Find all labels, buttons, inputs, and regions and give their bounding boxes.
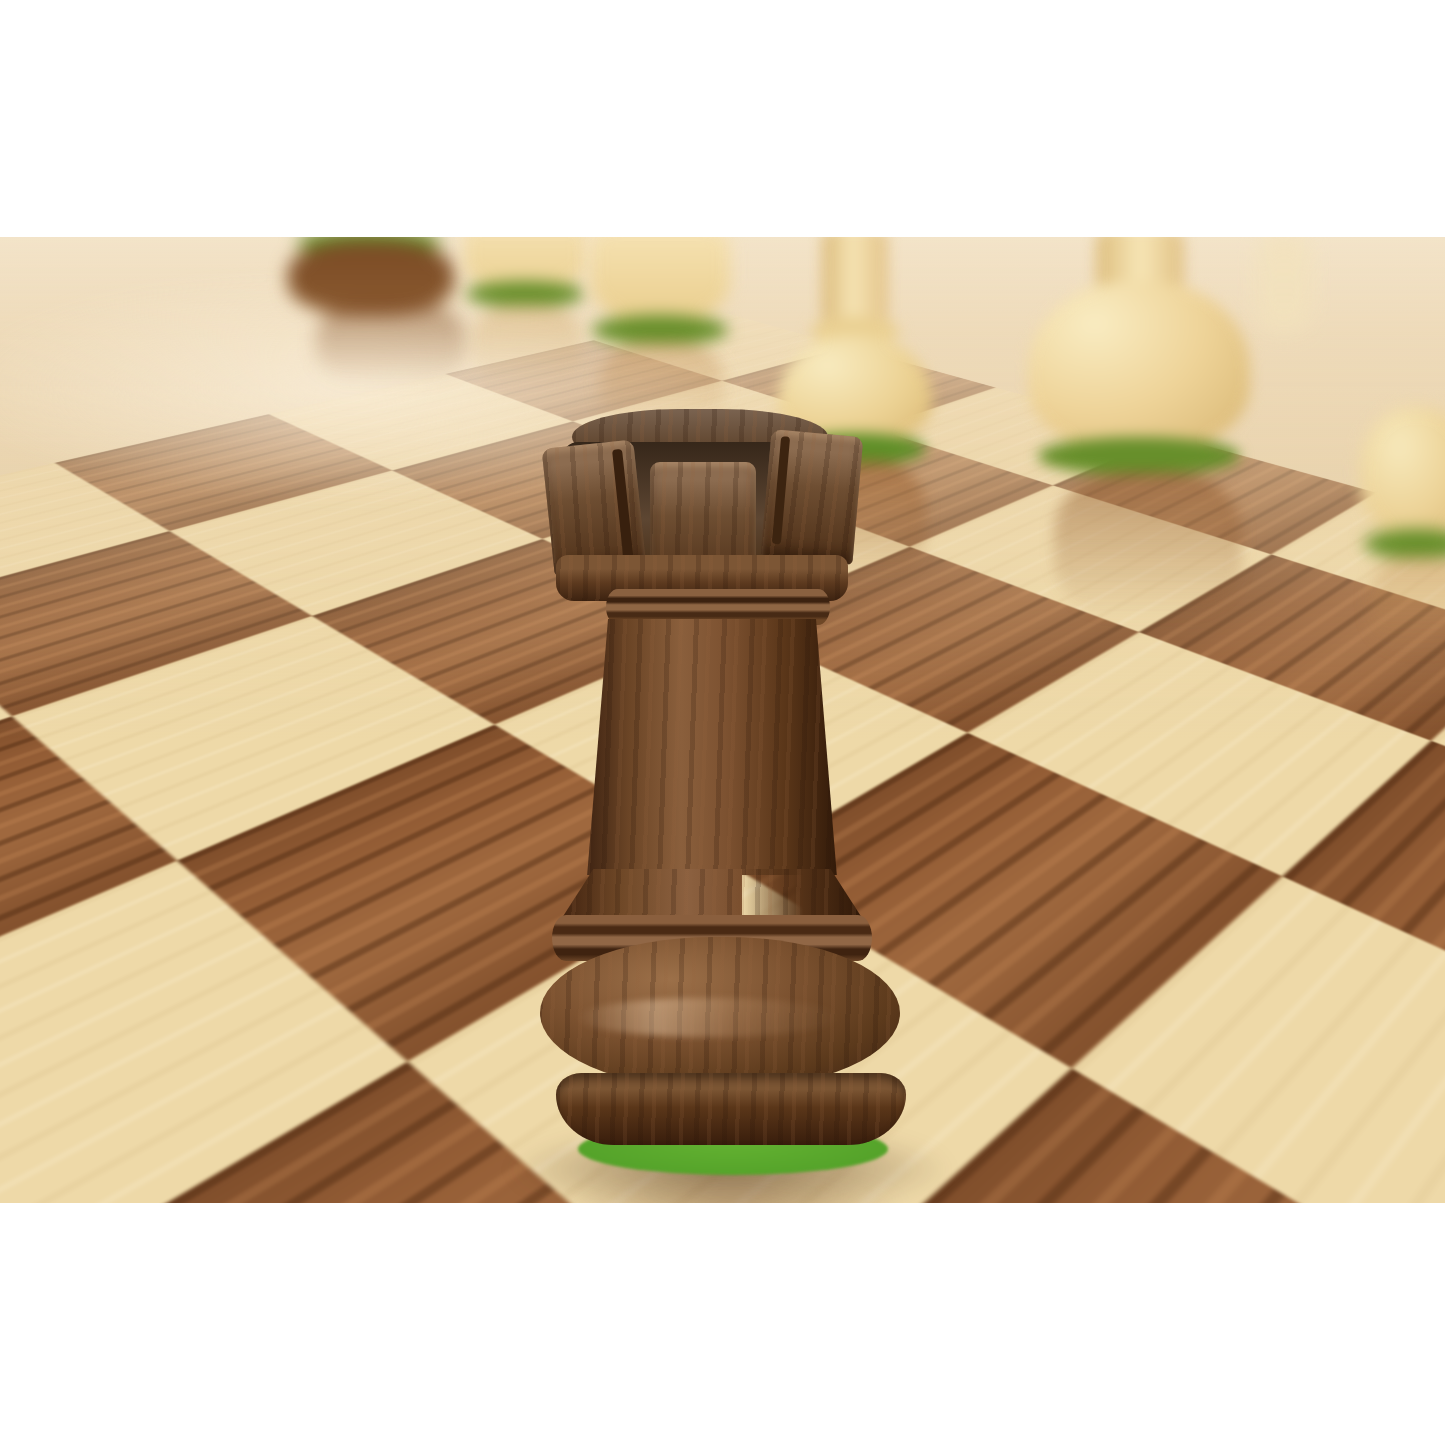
rook-flare [560, 869, 864, 921]
black-rook: ♜ [0, 237, 1445, 1203]
photo-frame: ♜ [0, 237, 1445, 1203]
rook-column [582, 619, 842, 875]
rook-merlon [761, 429, 864, 565]
letterbox-top [0, 0, 1445, 237]
rook-reflection [560, 1172, 910, 1203]
letterbox-bottom [0, 1203, 1445, 1445]
rook-base-ring [556, 1073, 906, 1145]
rook-bulge [540, 937, 900, 1089]
